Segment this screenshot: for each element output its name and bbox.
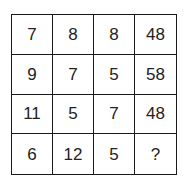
- cell-r2c2: 7: [53, 55, 94, 95]
- cell-r3c1: 11: [12, 95, 53, 135]
- cell-r1c3: 8: [94, 15, 135, 55]
- cell-r1c4: 48: [135, 15, 176, 55]
- cell-r3c4: 48: [135, 95, 176, 135]
- cell-r2c1: 9: [12, 55, 53, 95]
- cell-r1c1: 7: [12, 15, 53, 55]
- cell-r4c3: 5: [94, 134, 135, 174]
- cell-r4c4-missing-value: ?: [135, 134, 176, 174]
- puzzle-grid: 7 8 8 48 9 7 5 58 11 5 7 48 6 12 5 ?: [11, 14, 177, 175]
- cell-r2c4: 58: [135, 55, 176, 95]
- puzzle-image: 7 8 8 48 9 7 5 58 11 5 7 48 6 12 5 ?: [0, 0, 186, 187]
- cell-r4c2: 12: [53, 134, 94, 174]
- cell-r3c2: 5: [53, 95, 94, 135]
- cell-r1c2: 8: [53, 15, 94, 55]
- cell-r2c3: 5: [94, 55, 135, 95]
- cell-r4c1: 6: [12, 134, 53, 174]
- cell-r3c3: 7: [94, 95, 135, 135]
